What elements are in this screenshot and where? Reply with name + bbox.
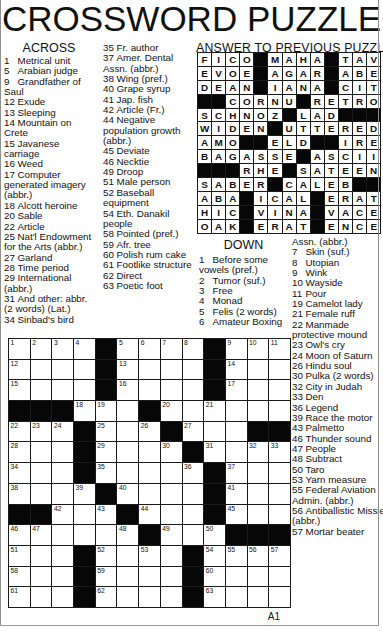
- main-grid-cell[interactable]: [248, 380, 270, 401]
- main-grid-cell[interactable]: 28: [9, 442, 31, 463]
- main-grid-cell[interactable]: [74, 360, 96, 381]
- main-grid-cell[interactable]: 30: [161, 442, 183, 463]
- answer-grid-cell: T: [325, 164, 339, 178]
- cell-number: 19: [97, 401, 105, 409]
- answer-grid-cell: E: [283, 150, 297, 164]
- main-grid-cell[interactable]: [183, 484, 205, 505]
- answer-letter: C: [339, 81, 352, 94]
- main-grid-cell[interactable]: [226, 442, 248, 463]
- main-grid-cell[interactable]: [269, 587, 291, 608]
- answer-letter: I: [339, 136, 352, 149]
- main-grid-cell[interactable]: 33: [269, 442, 291, 463]
- main-grid-cell[interactable]: 5: [117, 339, 139, 360]
- main-grid-cell[interactable]: 35: [96, 463, 118, 484]
- main-grid-cell[interactable]: 45: [226, 505, 248, 526]
- answer-letter: E: [268, 136, 281, 149]
- answer-grid-cell: O: [198, 220, 212, 234]
- answer-grid-cell: I: [339, 136, 353, 150]
- main-grid-cell[interactable]: 31: [204, 442, 226, 463]
- cell-number: 17: [227, 380, 235, 388]
- cell-number: 14: [227, 360, 235, 368]
- main-grid-cell[interactable]: 44: [139, 505, 161, 526]
- main-grid-cell[interactable]: 10: [248, 339, 270, 360]
- down-header: DOWN: [197, 239, 290, 252]
- main-grid-cell[interactable]: [31, 360, 53, 381]
- answer-letter: I: [212, 122, 225, 135]
- cell-number: 34: [11, 463, 19, 471]
- main-grid-cell[interactable]: 23: [31, 422, 53, 443]
- main-grid-cell[interactable]: [226, 587, 248, 608]
- answer-grid-cell: I: [268, 206, 282, 220]
- main-grid-cell[interactable]: [74, 380, 96, 401]
- main-grid-cell[interactable]: 13: [117, 360, 139, 381]
- main-grid-cell[interactable]: 57: [269, 546, 291, 567]
- main-grid-cell[interactable]: [52, 463, 74, 484]
- answer-letter: A: [353, 53, 366, 66]
- answer-grid-cell: E: [240, 178, 254, 192]
- main-grid-cell[interactable]: 22: [9, 422, 31, 443]
- answer-letter: E: [325, 178, 338, 191]
- answer-grid-cell: V: [254, 206, 268, 220]
- main-grid-cell[interactable]: 56: [248, 546, 270, 567]
- answer-grid-cell: C: [339, 81, 353, 95]
- cell-number: 47: [32, 525, 40, 533]
- answer-grid-cell: U: [283, 122, 297, 136]
- main-grid-cell[interactable]: [226, 567, 248, 588]
- answer-grid-cell: A: [226, 81, 240, 95]
- main-grid-cell[interactable]: [226, 401, 248, 422]
- main-grid-cell[interactable]: 58: [9, 567, 31, 588]
- answer-grid-cell: E: [353, 164, 367, 178]
- cell-number: 44: [141, 505, 149, 513]
- main-grid-cell[interactable]: 42: [52, 505, 74, 526]
- main-grid-cell[interactable]: [248, 567, 270, 588]
- cell-number: 41: [227, 484, 235, 492]
- clue-line: 17Computer generated imagery (abbr.): [4, 170, 94, 201]
- answer-grid-cell: E: [367, 220, 381, 234]
- main-grid-cell[interactable]: 49: [161, 525, 183, 546]
- answer-grid-cell: O: [367, 95, 381, 109]
- answer-letter: R: [339, 122, 352, 135]
- main-grid-cell[interactable]: 26: [139, 422, 161, 443]
- cell-number: 24: [54, 422, 62, 430]
- main-grid-black-cell: [117, 505, 139, 526]
- answer-letter: S: [325, 150, 338, 163]
- main-grid-cell[interactable]: [117, 567, 139, 588]
- clue-number: 63: [103, 281, 117, 291]
- main-grid-cell[interactable]: [248, 463, 270, 484]
- main-grid-black-cell: [204, 339, 226, 360]
- main-grid-cell[interactable]: [161, 380, 183, 401]
- main-grid-cell[interactable]: [269, 567, 291, 588]
- main-grid-cell[interactable]: 52: [96, 546, 118, 567]
- main-grid-cell[interactable]: [52, 442, 74, 463]
- answer-grid-cell: N: [268, 95, 282, 109]
- cell-number: 31: [206, 442, 214, 450]
- answer-grid-black-cell: [254, 136, 268, 150]
- main-grid-cell[interactable]: [139, 463, 161, 484]
- clue-line: 15Javanese carriage: [4, 139, 94, 160]
- main-grid-cell[interactable]: 20: [161, 401, 183, 422]
- answer-letter: R: [353, 136, 366, 149]
- answer-letter: S: [297, 164, 310, 177]
- answer-letter: R: [254, 178, 267, 191]
- main-grid-cell[interactable]: 25: [96, 422, 118, 443]
- answer-letter: T: [311, 122, 324, 135]
- clue-line: 14Mountain on Crete: [4, 118, 94, 139]
- main-grid-cell[interactable]: [269, 484, 291, 505]
- main-grid-cell[interactable]: 6: [139, 339, 161, 360]
- main-grid-cell[interactable]: [183, 360, 205, 381]
- main-grid-cell[interactable]: 19: [96, 401, 118, 422]
- clue-number: 61: [103, 260, 117, 270]
- answer-grid-cell: I: [367, 150, 381, 164]
- answer-grid-black-cell: [325, 53, 339, 67]
- answer-grid-cell: I: [353, 81, 367, 95]
- answer-grid-cell: E: [339, 164, 353, 178]
- answer-grid-cell: N: [297, 81, 311, 95]
- main-grid-cell[interactable]: [248, 360, 270, 381]
- main-grid-cell[interactable]: 46: [9, 525, 31, 546]
- main-grid-cell[interactable]: 27: [183, 422, 205, 443]
- answer-grid-cell: K: [226, 220, 240, 234]
- main-grid-cell[interactable]: 38: [9, 484, 31, 505]
- answer-grid-black-cell: [212, 95, 226, 109]
- answer-grid-cell: D: [325, 109, 339, 123]
- answer-letter: O: [254, 109, 267, 122]
- main-grid-cell[interactable]: [139, 380, 161, 401]
- answer-letter: A: [311, 150, 324, 163]
- main-grid-cell[interactable]: 3: [52, 339, 74, 360]
- answer-grid-cell: S: [198, 109, 212, 123]
- answer-grid-cell: C: [226, 53, 240, 67]
- answer-letter: C: [353, 206, 366, 219]
- answer-letter: E: [212, 81, 225, 94]
- answer-grid-cell: C: [226, 95, 240, 109]
- clue-number: 55: [292, 485, 306, 495]
- clue-line: 54Eth. Danakil people: [103, 209, 193, 230]
- main-grid-cell[interactable]: [96, 525, 118, 546]
- answer-letter: E: [325, 122, 338, 135]
- answer-grid-cell: E: [212, 81, 226, 95]
- main-grid-cell[interactable]: 34: [9, 463, 31, 484]
- answer-letter: A: [311, 53, 324, 66]
- main-grid-black-cell: [31, 505, 53, 526]
- answer-grid-cell: A: [311, 164, 325, 178]
- main-grid-cell[interactable]: [117, 463, 139, 484]
- clue-number: 44: [103, 115, 117, 125]
- clue-number: 48: [292, 454, 306, 464]
- main-grid-cell[interactable]: 2: [31, 339, 53, 360]
- main-grid-cell[interactable]: 9: [226, 339, 248, 360]
- cell-number: 22: [11, 422, 19, 430]
- clue-number: 14: [4, 118, 18, 128]
- page-edge-line-left: [0, 0, 1, 626]
- main-grid-cell[interactable]: [52, 525, 74, 546]
- cell-number: 6: [141, 339, 145, 347]
- main-grid-cell[interactable]: 59: [96, 567, 118, 588]
- answer-grid-black-cell: [311, 220, 325, 234]
- main-grid-cell[interactable]: 61: [9, 587, 31, 608]
- main-grid-cell[interactable]: [248, 484, 270, 505]
- main-grid-cell[interactable]: 15: [9, 380, 31, 401]
- answer-grid-cell: E: [254, 220, 268, 234]
- main-grid-cell[interactable]: 24: [52, 422, 74, 443]
- main-grid-cell[interactable]: [31, 442, 53, 463]
- main-grid-cell[interactable]: 47: [31, 525, 53, 546]
- main-grid-cell[interactable]: [52, 360, 74, 381]
- main-grid-cell[interactable]: [183, 380, 205, 401]
- answer-grid-cell: R: [311, 67, 325, 81]
- main-grid-cell[interactable]: 7: [161, 339, 183, 360]
- main-grid-cell[interactable]: [161, 546, 183, 567]
- main-grid-cell[interactable]: [31, 567, 53, 588]
- main-grid-cell[interactable]: [139, 484, 161, 505]
- clue-line: 6Amateur Boxing: [199, 317, 293, 327]
- down-clues-column-1: 1Before some vowels (pref.)2Tumor (suf.)…: [199, 255, 293, 327]
- main-grid-cell[interactable]: 43: [96, 505, 118, 526]
- answer-letter: C: [283, 178, 296, 191]
- main-grid-black-cell: [204, 380, 226, 401]
- cell-number: 26: [141, 422, 149, 430]
- answer-grid-cell: B: [353, 67, 367, 81]
- answer-letter: R: [311, 67, 324, 80]
- main-grid-cell[interactable]: 62: [96, 587, 118, 608]
- main-grid-cell[interactable]: 48: [117, 525, 139, 546]
- cell-number: 49: [162, 525, 170, 533]
- answer-grid-cell: E: [198, 67, 212, 81]
- answer-letter: E: [325, 95, 338, 108]
- answer-letter: Z: [268, 109, 281, 122]
- main-grid-cell[interactable]: 37: [226, 463, 248, 484]
- cell-number: 60: [206, 567, 214, 575]
- answer-letter: N: [240, 81, 253, 94]
- answer-letter: O: [226, 67, 239, 80]
- answer-grid-cell: M: [268, 53, 282, 67]
- answer-grid-cell: E: [268, 136, 282, 150]
- main-grid-cell[interactable]: 11: [269, 339, 291, 360]
- main-grid-cell[interactable]: 36: [183, 463, 205, 484]
- answer-grid-cell: A: [353, 192, 367, 206]
- clue-number: 1: [199, 255, 213, 265]
- answer-letter: N: [240, 109, 253, 122]
- answer-letter: T: [339, 95, 352, 108]
- answer-grid-cell: L: [311, 178, 325, 192]
- page-title: CROSSWORD PUZZLE: [0, 0, 383, 38]
- answer-grid-cell: W: [198, 122, 212, 136]
- main-grid-cell[interactable]: [161, 587, 183, 608]
- main-grid-cell[interactable]: [269, 380, 291, 401]
- answer-letter: C: [268, 192, 281, 205]
- main-grid-cell[interactable]: 16: [117, 380, 139, 401]
- main-grid-black-cell: [74, 546, 96, 567]
- clue-line: 25Nat'l Endowment for the Arts (abbr.): [4, 232, 94, 253]
- main-grid-black-cell: [183, 567, 205, 588]
- main-grid-cell[interactable]: [31, 587, 53, 608]
- main-grid-cell[interactable]: 40: [117, 484, 139, 505]
- answer-grid-black-cell: [268, 178, 282, 192]
- main-grid-black-cell: [183, 546, 205, 567]
- main-grid-cell[interactable]: 4: [74, 339, 96, 360]
- answer-letter: D: [297, 136, 310, 149]
- answer-letter: N: [268, 95, 281, 108]
- main-grid-cell[interactable]: [31, 484, 53, 505]
- answer-grid-cell: N: [254, 122, 268, 136]
- main-grid-cell[interactable]: [183, 505, 205, 526]
- main-grid-cell[interactable]: [183, 401, 205, 422]
- main-grid-cell[interactable]: [74, 525, 96, 546]
- answer-grid-cell: E: [367, 136, 381, 150]
- main-grid-cell[interactable]: [269, 360, 291, 381]
- answer-grid-black-cell: [297, 150, 311, 164]
- answer-grid-cell: T: [367, 192, 381, 206]
- main-grid-cell[interactable]: 50: [204, 525, 226, 546]
- main-grid-cell[interactable]: [269, 463, 291, 484]
- answer-grid-cell: B: [212, 192, 226, 206]
- answer-grid-cell: S: [254, 150, 268, 164]
- main-grid-cell[interactable]: [248, 401, 270, 422]
- answer-letter: A: [212, 150, 225, 163]
- main-grid-cell[interactable]: [52, 484, 74, 505]
- answer-letter: I: [268, 206, 281, 219]
- answer-letter: S: [198, 178, 211, 191]
- cell-number: 21: [206, 401, 214, 409]
- main-grid-cell[interactable]: 17: [226, 380, 248, 401]
- main-grid-cell[interactable]: [248, 587, 270, 608]
- clue-number: 43: [292, 423, 306, 433]
- answer-grid-cell: A: [240, 150, 254, 164]
- answer-grid-black-cell: [353, 178, 367, 192]
- clue-number: 25: [4, 232, 18, 242]
- answer-grid-cell: L: [297, 192, 311, 206]
- answer-grid-cell: O: [254, 109, 268, 123]
- answer-grid-cell: H: [297, 53, 311, 67]
- main-grid-cell[interactable]: [117, 442, 139, 463]
- main-grid-cell[interactable]: [117, 587, 139, 608]
- main-grid-cell[interactable]: [117, 422, 139, 443]
- answer-letter: L: [297, 109, 310, 122]
- main-grid-cell[interactable]: [226, 422, 248, 443]
- main-grid-cell[interactable]: 53: [139, 546, 161, 567]
- answer-grid-cell: I: [268, 81, 282, 95]
- main-grid-cell[interactable]: [31, 380, 53, 401]
- main-grid-black-cell: [269, 422, 291, 443]
- main-grid-cell[interactable]: [74, 505, 96, 526]
- answer-grid-cell: E: [325, 95, 339, 109]
- main-grid-cell[interactable]: 54: [204, 546, 226, 567]
- answer-grid-black-cell: [325, 136, 339, 150]
- cell-number: 11: [271, 339, 278, 347]
- main-grid-cell[interactable]: [31, 546, 53, 567]
- answer-grid-cell: R: [268, 220, 282, 234]
- main-grid-cell[interactable]: 41: [226, 484, 248, 505]
- cell-number: 20: [162, 401, 170, 409]
- main-grid-cell[interactable]: [161, 360, 183, 381]
- answer-letter: A: [198, 192, 211, 205]
- main-grid-cell[interactable]: 8: [183, 339, 205, 360]
- main-grid-cell[interactable]: 51: [9, 546, 31, 567]
- answer-grid-cell: A: [283, 220, 297, 234]
- main-grid-cell[interactable]: [117, 546, 139, 567]
- main-grid-cell[interactable]: 1: [9, 339, 31, 360]
- answer-letter: I: [353, 150, 366, 163]
- answer-grid-black-cell: [297, 95, 311, 109]
- main-grid-cell[interactable]: 55: [226, 546, 248, 567]
- clue-line: 22Manmade protective mound: [292, 320, 383, 341]
- main-grid-cell[interactable]: [161, 505, 183, 526]
- cell-number: 10: [249, 339, 257, 347]
- answer-grid-cell: A: [339, 206, 353, 220]
- main-grid-cell[interactable]: [139, 567, 161, 588]
- answer-grid-black-cell: [226, 164, 240, 178]
- main-grid-cell[interactable]: 12: [9, 360, 31, 381]
- answer-grid-cell: N: [240, 109, 254, 123]
- answer-grid-cell: A: [283, 81, 297, 95]
- main-grid-cell[interactable]: [248, 505, 270, 526]
- answer-letter: A: [297, 206, 310, 219]
- main-grid-cell[interactable]: 32: [248, 442, 270, 463]
- answer-grid-cell: A: [198, 136, 212, 150]
- main-grid-cell[interactable]: [52, 567, 74, 588]
- answer-grid-cell: L: [297, 109, 311, 123]
- main-grid-cell[interactable]: 18: [74, 401, 96, 422]
- answer-grid-cell: H: [254, 164, 268, 178]
- main-grid-cell[interactable]: [183, 525, 205, 546]
- main-grid-cell[interactable]: [52, 380, 74, 401]
- cell-number: 50: [206, 525, 214, 533]
- answer-letter: N: [297, 81, 310, 94]
- answer-letter: B: [226, 178, 239, 191]
- main-grid-cell[interactable]: 14: [226, 360, 248, 381]
- main-grid-cell[interactable]: [204, 422, 226, 443]
- main-grid-cell[interactable]: 39: [74, 484, 96, 505]
- clue-number: 54: [103, 209, 117, 219]
- main-grid-cell[interactable]: [139, 442, 161, 463]
- cell-number: 56: [249, 546, 257, 554]
- main-grid-cell[interactable]: [31, 463, 53, 484]
- answer-grid-cell: V: [367, 53, 381, 67]
- main-grid-black-cell: [9, 505, 31, 526]
- main-grid-cell[interactable]: 63: [204, 587, 226, 608]
- answer-grid-cell: R: [254, 178, 268, 192]
- main-grid-cell[interactable]: 29: [96, 442, 118, 463]
- main-grid-cell[interactable]: 60: [204, 567, 226, 588]
- main-grid-cell[interactable]: [52, 546, 74, 567]
- answer-grid-cell: L: [283, 136, 297, 150]
- answer-letter: S: [254, 150, 267, 163]
- main-grid-black-cell: [204, 484, 226, 505]
- clue-number: 15: [4, 139, 18, 149]
- cell-number: 25: [97, 422, 105, 430]
- main-grid-cell[interactable]: [161, 463, 183, 484]
- answer-grid-cell: C: [226, 206, 240, 220]
- main-grid-cell[interactable]: 21: [204, 401, 226, 422]
- answer-grid-black-cell: [367, 178, 381, 192]
- cell-number: 5: [119, 339, 123, 347]
- answer-grid-cell: D: [297, 136, 311, 150]
- clue-line: 58Pointed (pref.): [103, 229, 193, 239]
- main-grid-cell[interactable]: [52, 587, 74, 608]
- main-grid-cell[interactable]: [161, 567, 183, 588]
- answer-grid-black-cell: [268, 122, 282, 136]
- main-grid-black-cell: [183, 587, 205, 608]
- main-grid-cell[interactable]: [139, 360, 161, 381]
- main-grid-cell[interactable]: [161, 484, 183, 505]
- main-grid-cell[interactable]: [269, 401, 291, 422]
- main-grid-cell[interactable]: [269, 505, 291, 526]
- main-grid-cell[interactable]: [139, 587, 161, 608]
- main-grid-cell[interactable]: [117, 401, 139, 422]
